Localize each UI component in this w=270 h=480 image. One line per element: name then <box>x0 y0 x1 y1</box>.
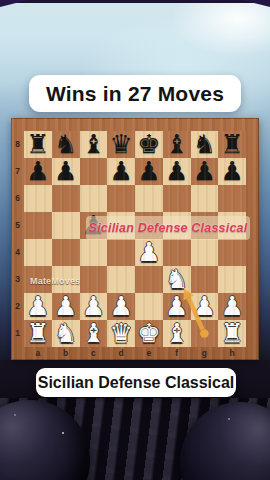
square-g2[interactable]: ♟ <box>191 293 219 320</box>
speckle <box>228 418 230 420</box>
square-a4[interactable] <box>24 239 52 266</box>
black-queen: ♛ <box>107 131 135 158</box>
square-h1[interactable]: ♜ <box>218 320 246 347</box>
square-e6[interactable] <box>135 185 163 212</box>
square-b6[interactable] <box>52 185 80 212</box>
file-label-c: c <box>80 347 108 360</box>
opening-name-text: Sicilian Defense Classical <box>89 221 248 235</box>
square-b1[interactable]: ♞ <box>52 320 80 347</box>
square-d7[interactable]: ♟ <box>107 158 135 185</box>
square-g8[interactable]: ♞ <box>191 131 219 158</box>
black-rook: ♜ <box>218 131 246 158</box>
square-d1[interactable]: ♛ <box>107 320 135 347</box>
rank-label-7: 7 <box>11 166 24 176</box>
square-b4[interactable] <box>52 239 80 266</box>
square-c7[interactable] <box>80 158 108 185</box>
white-queen: ♛ <box>107 320 135 347</box>
file-label-f: f <box>163 347 191 360</box>
square-e4[interactable]: ♟ <box>135 239 163 266</box>
file-label-a: a <box>24 347 52 360</box>
square-a8[interactable]: ♜ <box>24 131 52 158</box>
rank-label-6: 6 <box>11 193 24 203</box>
square-f3[interactable]: ♞ <box>163 266 191 293</box>
top-edge-strip <box>0 0 270 3</box>
square-b5[interactable] <box>52 212 80 239</box>
rank-label-5: 5 <box>11 220 24 230</box>
square-b8[interactable]: ♞ <box>52 131 80 158</box>
black-pawn: ♟ <box>24 158 52 185</box>
square-a2[interactable]: ♟ <box>24 293 52 320</box>
chess-board-frame: ♜♞♝♛♚♝♞♜♟♟♟♟♟♟♟♟♟♞♟♟♟♟♟♟♟♜♞♝♛♚♝♜ Sicilia… <box>11 118 259 360</box>
title-banner: Wins in 27 Moves <box>29 75 241 112</box>
caption-banner: Sicilian Defense Classical <box>36 368 236 397</box>
square-a5[interactable] <box>24 212 52 239</box>
black-bishop: ♝ <box>163 131 191 158</box>
square-g1[interactable] <box>191 320 219 347</box>
file-label-d: d <box>107 347 135 360</box>
white-rook: ♜ <box>218 320 246 347</box>
white-pawn: ♟ <box>107 293 135 320</box>
square-d2[interactable]: ♟ <box>107 293 135 320</box>
square-h3[interactable] <box>218 266 246 293</box>
square-h4[interactable] <box>218 239 246 266</box>
black-pawn: ♟ <box>135 158 163 185</box>
square-c3[interactable] <box>80 266 108 293</box>
white-king: ♚ <box>135 320 163 347</box>
square-a7[interactable]: ♟ <box>24 158 52 185</box>
square-c8[interactable]: ♝ <box>80 131 108 158</box>
square-f6[interactable] <box>163 185 191 212</box>
rank-label-2: 2 <box>11 301 24 311</box>
white-bishop: ♝ <box>163 320 191 347</box>
rank-label-1: 1 <box>11 328 24 338</box>
square-d6[interactable] <box>107 185 135 212</box>
white-pawn: ♟ <box>80 293 108 320</box>
square-b2[interactable]: ♟ <box>52 293 80 320</box>
file-label-h: h <box>218 347 246 360</box>
black-pawn: ♟ <box>163 158 191 185</box>
speckle <box>14 414 16 416</box>
square-g7[interactable]: ♟ <box>191 158 219 185</box>
white-pawn: ♟ <box>52 293 80 320</box>
square-d4[interactable] <box>107 239 135 266</box>
file-label-e: e <box>135 347 163 360</box>
square-h2[interactable]: ♟ <box>218 293 246 320</box>
black-knight: ♞ <box>52 131 80 158</box>
square-d8[interactable]: ♛ <box>107 131 135 158</box>
square-e8[interactable]: ♚ <box>135 131 163 158</box>
black-pawn: ♟ <box>191 158 219 185</box>
black-knight: ♞ <box>191 131 219 158</box>
watermark: MateMoves <box>30 276 80 286</box>
square-a6[interactable] <box>24 185 52 212</box>
speckle <box>62 432 64 434</box>
square-f4[interactable] <box>163 239 191 266</box>
square-f8[interactable]: ♝ <box>163 131 191 158</box>
white-pawn: ♟ <box>135 239 163 266</box>
square-c2[interactable]: ♟ <box>80 293 108 320</box>
white-knight: ♞ <box>163 266 191 293</box>
square-f1[interactable]: ♝ <box>163 320 191 347</box>
black-bishop: ♝ <box>80 131 108 158</box>
square-g6[interactable] <box>191 185 219 212</box>
file-label-b: b <box>52 347 80 360</box>
black-rook: ♜ <box>24 131 52 158</box>
square-c1[interactable]: ♝ <box>80 320 108 347</box>
file-label-g: g <box>191 347 219 360</box>
square-e2[interactable] <box>135 293 163 320</box>
square-h6[interactable] <box>218 185 246 212</box>
white-pawn: ♟ <box>191 293 219 320</box>
square-c6[interactable] <box>80 185 108 212</box>
square-h8[interactable]: ♜ <box>218 131 246 158</box>
white-rook: ♜ <box>24 320 52 347</box>
black-king: ♚ <box>135 131 163 158</box>
black-pawn: ♟ <box>52 158 80 185</box>
square-e3[interactable] <box>135 266 163 293</box>
white-knight: ♞ <box>52 320 80 347</box>
square-a1[interactable]: ♜ <box>24 320 52 347</box>
video-frame: Wins in 27 Moves ♜♞♝♛♚♝♞♜♟♟♟♟♟♟♟♟♟♞♟♟♟♟♟… <box>0 0 270 480</box>
black-pawn: ♟ <box>107 158 135 185</box>
square-b7[interactable]: ♟ <box>52 158 80 185</box>
rank-label-4: 4 <box>11 247 24 257</box>
opening-name-overlay: Sicilian Defense Classical <box>86 216 250 240</box>
white-pawn: ♟ <box>218 293 246 320</box>
title-text: Wins in 27 Moves <box>46 82 224 106</box>
white-pawn: ♟ <box>163 293 191 320</box>
white-bishop: ♝ <box>80 320 108 347</box>
caption-text: Sicilian Defense Classical <box>38 374 235 392</box>
white-pawn: ♟ <box>24 293 52 320</box>
black-pawn: ♟ <box>218 158 246 185</box>
square-c4[interactable] <box>80 239 108 266</box>
square-e7[interactable]: ♟ <box>135 158 163 185</box>
square-g4[interactable] <box>191 239 219 266</box>
square-d3[interactable] <box>107 266 135 293</box>
rank-label-3: 3 <box>11 274 24 284</box>
square-h7[interactable]: ♟ <box>218 158 246 185</box>
square-e1[interactable]: ♚ <box>135 320 163 347</box>
square-g3[interactable] <box>191 266 219 293</box>
rank-label-8: 8 <box>11 139 24 149</box>
square-f2[interactable]: ♟ <box>163 293 191 320</box>
square-f7[interactable]: ♟ <box>163 158 191 185</box>
